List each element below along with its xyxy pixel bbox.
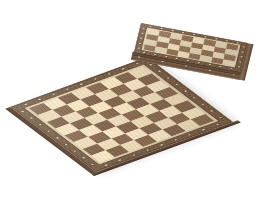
brass-pin-icon [73, 150, 77, 152]
brass-pin-icon [201, 103, 205, 105]
brass-pin-icon [166, 77, 170, 79]
chessboard-open-flat [10, 57, 233, 172]
brass-pin-icon [21, 110, 25, 112]
hinge-pin-icon [138, 56, 140, 57]
brass-pin-icon [65, 88, 69, 90]
brass-pin-icon [38, 98, 42, 100]
brass-pin-icon [139, 37, 142, 39]
brass-pin-icon [241, 51, 244, 53]
brass-pin-icon [146, 149, 150, 151]
brass-pin-icon [219, 66, 222, 68]
brass-pin-icon [201, 129, 205, 131]
brass-pin-icon [192, 97, 196, 99]
hinge-pin-icon [161, 61, 163, 62]
brass-pin-icon [197, 62, 200, 64]
brass-pin-icon [93, 78, 97, 80]
brass-pin-icon [132, 154, 136, 156]
brass-pin-icon [175, 84, 179, 86]
brass-pin-icon [242, 46, 245, 48]
brass-pin-icon [215, 124, 219, 126]
brass-pin-icon [160, 144, 164, 146]
brass-pin-icon [230, 68, 233, 70]
brass-pin-icon [138, 42, 141, 44]
brass-pin-icon [154, 53, 157, 55]
brass-pin-icon [157, 70, 161, 72]
brass-pin-icon [240, 56, 243, 58]
product-photo-scene [0, 0, 264, 198]
brass-pin-icon [104, 164, 108, 166]
brass-pin-icon [121, 68, 125, 70]
brass-pin-icon [79, 83, 83, 85]
brass-pin-icon [141, 32, 144, 34]
brass-pin-icon [118, 159, 122, 161]
brass-pin-icon [188, 134, 192, 136]
brass-pin-icon [135, 63, 139, 65]
brass-pin-icon [237, 66, 240, 68]
brass-pin-icon [239, 61, 242, 63]
brass-pin-icon [107, 73, 111, 75]
brass-pin-icon [184, 90, 188, 92]
brass-pin-icon [47, 130, 51, 132]
brass-pin-icon [210, 110, 214, 112]
brass-pin-icon [174, 139, 178, 141]
brass-pin-icon [142, 27, 145, 29]
brass-pin-icon [82, 157, 86, 159]
brass-pin-icon [137, 47, 140, 49]
brass-pin-icon [56, 137, 60, 139]
hinge-pin-icon [209, 70, 211, 71]
brass-pin-icon [165, 56, 168, 58]
brass-pin-icon [219, 117, 223, 119]
brass-pin-icon [149, 64, 153, 66]
brass-pin-icon [64, 143, 68, 145]
brass-pin-icon [52, 93, 56, 95]
hinge-pin-icon [185, 65, 187, 66]
brass-pin-icon [208, 64, 211, 66]
brass-pin-icon [24, 103, 28, 105]
brass-pin-icon [186, 60, 189, 62]
brass-pin-icon [29, 117, 33, 119]
brass-pin-icon [90, 163, 94, 165]
hinge-pin-icon [232, 74, 234, 75]
board-walnut-frame [10, 57, 233, 172]
brass-pin-icon [176, 58, 179, 60]
brass-pin-icon [38, 124, 42, 126]
brass-pin-icon [143, 51, 146, 53]
